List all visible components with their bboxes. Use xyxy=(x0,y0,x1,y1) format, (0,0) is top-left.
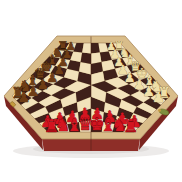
chess-piece-cream-p: ♟ xyxy=(152,89,165,105)
board-cell xyxy=(91,43,100,54)
right-latch-pin xyxy=(158,109,161,112)
product-photo: ♜♜♟♟♞♞♟♟♝♝♟♟♚♛♟♟♛♚♟♟♝♝♟♟♞♞♟♟♜♜♟♟♟♟♟♟♟♟♟♟… xyxy=(0,0,182,182)
chess-piece-red-r: ♜ xyxy=(123,116,139,136)
board-cell xyxy=(82,43,91,54)
board-cell xyxy=(81,53,91,65)
chess-piece-red-r: ♜ xyxy=(44,116,60,136)
three-player-chess-board: ♜♜♟♟♞♞♟♟♝♝♟♟♚♛♟♟♛♚♟♟♝♝♟♟♞♞♟♟♜♜♟♟♟♟♟♟♟♟♟♟… xyxy=(0,0,182,182)
chess-piece-brown-p: ♟ xyxy=(17,89,30,105)
